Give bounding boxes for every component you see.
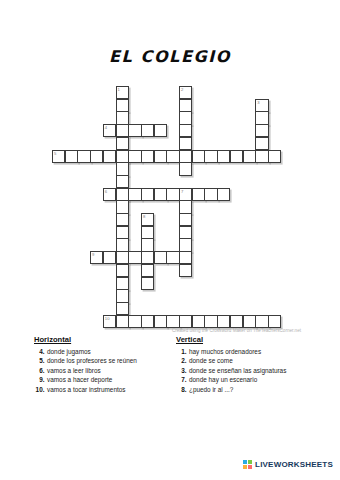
clue-item-number: 5. xyxy=(34,356,47,366)
grid-cell[interactable] xyxy=(154,124,167,137)
grid-cell[interactable] xyxy=(179,124,192,137)
clue-item: 10.vamos a tocar instrumentos xyxy=(34,385,174,395)
clue-number: 1 xyxy=(118,87,120,92)
grid-cell[interactable] xyxy=(166,188,179,201)
clue-item-text: hay muchos ordenadores xyxy=(189,347,336,357)
grid-cell[interactable] xyxy=(116,137,129,150)
grid-cell[interactable] xyxy=(192,315,205,328)
grid-cell[interactable] xyxy=(116,111,129,124)
grid-cell[interactable] xyxy=(255,137,268,150)
grid-cell[interactable] xyxy=(103,251,116,264)
grid-cell[interactable] xyxy=(154,150,167,163)
clue-item: 9.vamos a hacer deporte xyxy=(34,375,174,385)
grid-cell[interactable] xyxy=(116,226,129,239)
grid-cell[interactable] xyxy=(116,213,129,226)
grid-cell[interactable] xyxy=(166,315,179,328)
grid-cell[interactable] xyxy=(255,315,268,328)
clue-item-number: 8. xyxy=(176,385,189,395)
logo-tile xyxy=(243,465,247,469)
clue-item-number: 1. xyxy=(176,347,189,357)
clue-item-text: vamos a hacer deporte xyxy=(47,375,174,385)
grid-cell[interactable] xyxy=(116,289,129,302)
grid-cell[interactable] xyxy=(103,150,116,163)
grid-cell[interactable] xyxy=(141,315,154,328)
clue-item-number: 10. xyxy=(34,385,47,395)
grid-cell[interactable] xyxy=(128,150,141,163)
grid-cell[interactable] xyxy=(179,226,192,239)
liveworksheets-grid-icon xyxy=(243,460,252,469)
clue-number: 5 xyxy=(54,151,56,156)
grid-cell[interactable] xyxy=(179,264,192,277)
grid-cell[interactable] xyxy=(166,150,179,163)
grid-cell[interactable] xyxy=(154,251,167,264)
grid-cell[interactable]: 3 xyxy=(255,99,268,112)
grid-cell[interactable] xyxy=(116,124,129,137)
grid-cell[interactable] xyxy=(179,111,192,124)
grid-cell[interactable] xyxy=(179,315,192,328)
down-heading: Vertical xyxy=(176,335,336,344)
grid-cell[interactable] xyxy=(116,302,129,315)
grid-cell[interactable] xyxy=(204,150,217,163)
grid-cell[interactable] xyxy=(217,188,230,201)
grid-cell[interactable] xyxy=(179,162,192,175)
down-clues: Vertical 1.hay muchos ordenadores2.donde… xyxy=(176,335,336,394)
grid-cell[interactable] xyxy=(179,150,192,163)
across-heading: Horizontal xyxy=(34,335,174,344)
liveworksheets-logo: LIVEWORKSHEETS xyxy=(243,460,333,469)
clue-item-number: 2. xyxy=(176,356,189,366)
clue-item-text: ¿puedo ir al ...? xyxy=(189,385,336,395)
across-clues: Horizontal 4.donde jugamos5.donde los pr… xyxy=(34,335,174,394)
grid-cell[interactable] xyxy=(116,188,129,201)
clue-item: 3.donde se enseñan las asignaturas xyxy=(176,366,336,376)
logo-tile xyxy=(243,460,247,464)
grid-cell[interactable] xyxy=(116,277,129,290)
clue-item-number: 7. xyxy=(176,375,189,385)
grid-cell[interactable] xyxy=(243,150,256,163)
clue-item-text: donde hay un escenario xyxy=(189,375,336,385)
grid-cell[interactable]: 10 xyxy=(103,315,116,328)
grid-cell[interactable] xyxy=(154,315,167,328)
grid-cell[interactable] xyxy=(230,150,243,163)
grid-cell[interactable] xyxy=(217,315,230,328)
clue-number: 9 xyxy=(92,252,94,257)
grid-cell[interactable] xyxy=(243,315,256,328)
grid-cell[interactable] xyxy=(179,213,192,226)
clue-item-text: donde jugamos xyxy=(47,347,174,357)
grid-cell[interactable] xyxy=(255,150,268,163)
grid-cell[interactable] xyxy=(90,150,103,163)
clue-number: 8 xyxy=(143,214,145,219)
grid-cell[interactable] xyxy=(230,315,243,328)
grid-cell[interactable] xyxy=(268,315,281,328)
clue-item: 6.vamos a leer libros xyxy=(34,366,174,376)
logo-tile xyxy=(248,465,252,469)
grid-cell[interactable]: 8 xyxy=(141,213,154,226)
grid-cell[interactable] xyxy=(65,150,78,163)
grid-cell[interactable] xyxy=(179,99,192,112)
grid-cell[interactable]: 2 xyxy=(179,86,192,99)
clue-item: 8.¿puedo ir al ...? xyxy=(176,385,336,395)
across-clue-list: 4.donde jugamos5.donde los profesores se… xyxy=(34,347,174,395)
grid-cell[interactable] xyxy=(204,315,217,328)
grid-cell[interactable] xyxy=(116,238,129,251)
clue-item: 7.donde hay un escenario xyxy=(176,375,336,385)
attribution-text: Created using the Crossword Maker on The… xyxy=(0,328,301,333)
clue-item-text: vamos a leer libros xyxy=(47,366,174,376)
clue-item: 4.donde jugamos xyxy=(34,347,174,357)
grid-cell[interactable] xyxy=(141,188,154,201)
worksheet: { "game": "crossword", "title": "EL COLE… xyxy=(0,0,340,480)
clue-item: 5.donde los profesores se reúnen xyxy=(34,356,174,366)
clue-item-text: donde los profesores se reúnen xyxy=(47,356,174,366)
grid-cell[interactable]: 6 xyxy=(103,188,116,201)
grid-cell[interactable] xyxy=(255,124,268,137)
grid-cell[interactable] xyxy=(154,188,167,201)
grid-cell[interactable] xyxy=(128,124,141,137)
grid-cell[interactable] xyxy=(116,175,129,188)
grid-cell[interactable] xyxy=(192,150,205,163)
grid-cell[interactable] xyxy=(77,150,90,163)
clue-item-number: 3. xyxy=(176,366,189,376)
clue-item-number: 9. xyxy=(34,375,47,385)
grid-cell[interactable] xyxy=(166,251,179,264)
clue-item-text: vamos a tocar instrumentos xyxy=(47,385,174,395)
grid-cell[interactable]: 5 xyxy=(52,150,65,163)
grid-cell[interactable] xyxy=(128,188,141,201)
clue-number: 3 xyxy=(257,100,259,105)
clue-item: 1.hay muchos ordenadores xyxy=(176,347,336,357)
grid-cell[interactable]: 7 xyxy=(179,188,192,201)
grid-cell[interactable] xyxy=(116,200,129,213)
grid-cell[interactable] xyxy=(116,162,129,175)
grid-cell[interactable] xyxy=(116,251,129,264)
grid-cell[interactable] xyxy=(179,251,192,264)
grid-cell[interactable] xyxy=(128,251,141,264)
grid-cell[interactable]: 1 xyxy=(116,86,129,99)
grid-cell[interactable] xyxy=(128,315,141,328)
grid-cell[interactable] xyxy=(116,150,129,163)
grid-cell[interactable] xyxy=(268,150,281,163)
grid-cell[interactable] xyxy=(141,264,154,277)
grid-cell[interactable] xyxy=(116,264,129,277)
liveworksheets-brand-text: LIVEWORKSHEETS xyxy=(255,460,333,469)
grid-cell[interactable] xyxy=(116,315,129,328)
clue-number: 2 xyxy=(181,87,183,92)
clue-number: 4 xyxy=(105,125,107,130)
grid-cell[interactable] xyxy=(141,124,154,137)
clue-item-text: donde se come xyxy=(189,356,336,366)
grid-cell[interactable] xyxy=(141,277,154,290)
grid-cell[interactable] xyxy=(179,200,192,213)
grid-cell[interactable] xyxy=(141,251,154,264)
grid-cell[interactable] xyxy=(141,150,154,163)
clue-number: 6 xyxy=(105,189,107,194)
grid-cell[interactable]: 9 xyxy=(90,251,103,264)
clue-item-text: donde se enseñan las asignaturas xyxy=(189,366,336,376)
grid-cell[interactable] xyxy=(255,111,268,124)
grid-cell[interactable] xyxy=(141,238,154,251)
crossword-grid: 12345678910 xyxy=(0,0,340,340)
grid-cell[interactable]: 4 xyxy=(103,124,116,137)
clue-item-number: 6. xyxy=(34,366,47,376)
grid-cell[interactable] xyxy=(192,188,205,201)
clue-item-number: 4. xyxy=(34,347,47,357)
clue-number: 10 xyxy=(105,316,110,321)
clue-item: 2.donde se come xyxy=(176,356,336,366)
grid-cell[interactable] xyxy=(116,99,129,112)
grid-cell[interactable] xyxy=(141,226,154,239)
clue-number: 7 xyxy=(181,189,183,194)
grid-cell[interactable] xyxy=(204,188,217,201)
down-clue-list: 1.hay muchos ordenadores2.donde se come3… xyxy=(176,347,336,395)
grid-cell[interactable] xyxy=(217,150,230,163)
logo-tile xyxy=(248,460,252,464)
grid-cell[interactable] xyxy=(179,238,192,251)
grid-cell[interactable] xyxy=(179,137,192,150)
